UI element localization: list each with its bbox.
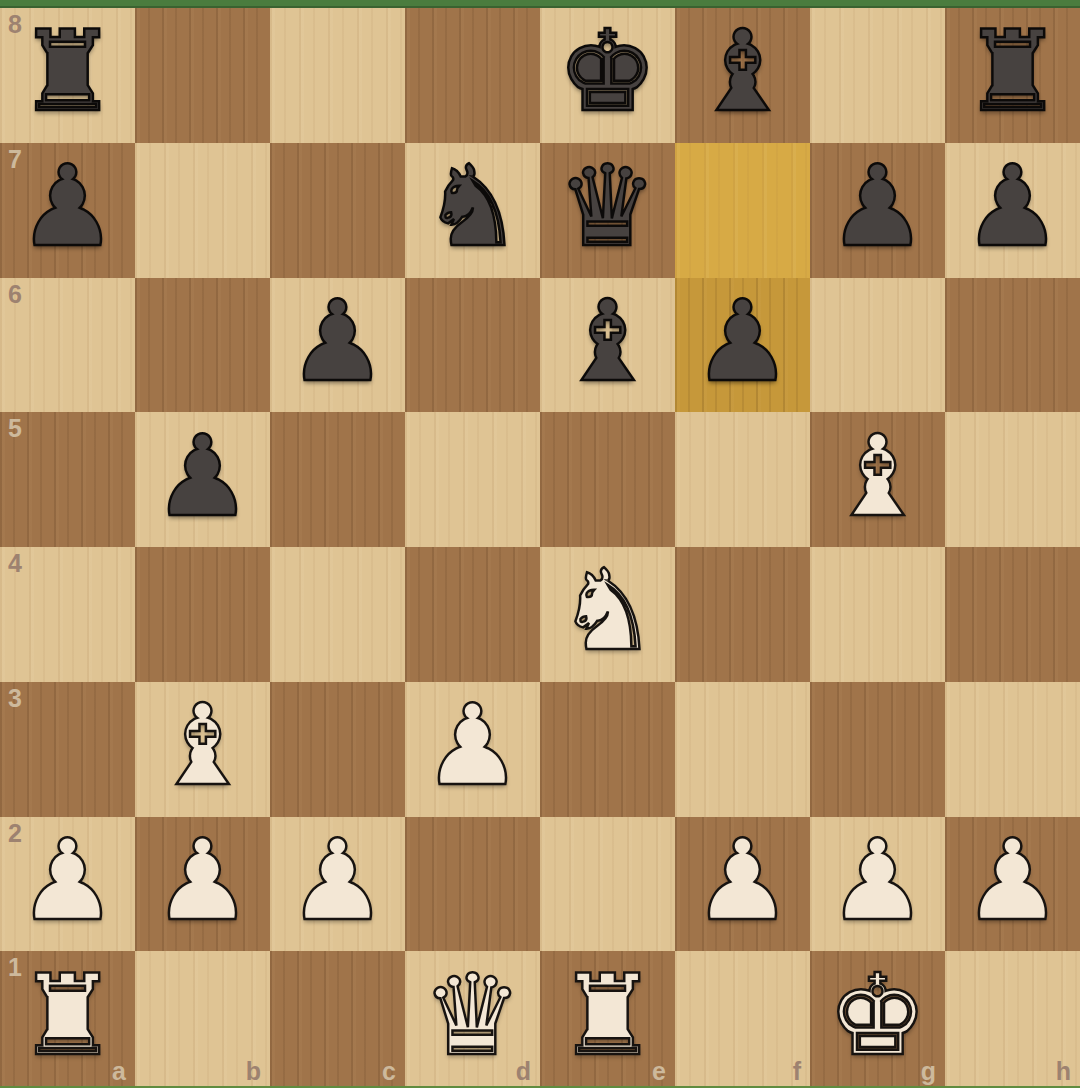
square-a4[interactable]: 4 [0, 547, 135, 682]
square-e6[interactable]: ♝ [540, 278, 675, 413]
file-label-c: c [382, 1059, 396, 1084]
square-e2[interactable] [540, 817, 675, 952]
square-h2[interactable]: ♟ [945, 817, 1080, 952]
piece-black-pawn[interactable]: ♟ [692, 285, 792, 397]
square-f5[interactable] [675, 412, 810, 547]
piece-black-rook[interactable]: ♜ [17, 15, 117, 127]
square-h5[interactable] [945, 412, 1080, 547]
square-f6[interactable]: ♟ [675, 278, 810, 413]
piece-white-bishop[interactable]: ♝ [152, 689, 252, 801]
square-e4[interactable]: ♞ [540, 547, 675, 682]
square-d1[interactable]: d♛ [405, 951, 540, 1086]
square-f3[interactable] [675, 682, 810, 817]
piece-black-bishop[interactable]: ♝ [557, 285, 657, 397]
square-d3[interactable]: ♟ [405, 682, 540, 817]
rank-label-4: 4 [8, 551, 22, 576]
square-a7[interactable]: 7♟ [0, 143, 135, 278]
piece-white-pawn[interactable]: ♟ [422, 689, 522, 801]
square-g2[interactable]: ♟ [810, 817, 945, 952]
chess-app-window: 8♜♚♝♜7♟♞♛♟♟6♟♝♟5♟♝4♞3♝♟2♟♟♟♟♟♟1a♜bcd♛e♜f… [0, 0, 1080, 1088]
square-d6[interactable] [405, 278, 540, 413]
square-h8[interactable]: ♜ [945, 8, 1080, 143]
square-g3[interactable] [810, 682, 945, 817]
square-c1[interactable]: c [270, 951, 405, 1086]
chess-board[interactable]: 8♜♚♝♜7♟♞♛♟♟6♟♝♟5♟♝4♞3♝♟2♟♟♟♟♟♟1a♜bcd♛e♜f… [0, 8, 1080, 1086]
file-label-h: h [1056, 1059, 1071, 1084]
square-c3[interactable] [270, 682, 405, 817]
piece-black-pawn[interactable]: ♟ [17, 150, 117, 262]
square-e3[interactable] [540, 682, 675, 817]
square-c7[interactable] [270, 143, 405, 278]
square-b1[interactable]: b [135, 951, 270, 1086]
square-a6[interactable]: 6 [0, 278, 135, 413]
square-g5[interactable]: ♝ [810, 412, 945, 547]
rank-label-3: 3 [8, 686, 22, 711]
piece-black-rook[interactable]: ♜ [962, 15, 1062, 127]
square-g1[interactable]: g♚ [810, 951, 945, 1086]
square-a2[interactable]: 2♟ [0, 817, 135, 952]
square-b3[interactable]: ♝ [135, 682, 270, 817]
square-b5[interactable]: ♟ [135, 412, 270, 547]
square-d8[interactable] [405, 8, 540, 143]
square-c8[interactable] [270, 8, 405, 143]
square-g4[interactable] [810, 547, 945, 682]
square-f8[interactable]: ♝ [675, 8, 810, 143]
square-a1[interactable]: 1a♜ [0, 951, 135, 1086]
square-h1[interactable]: h [945, 951, 1080, 1086]
square-f7[interactable] [675, 143, 810, 278]
piece-black-pawn[interactable]: ♟ [152, 420, 252, 532]
square-e7[interactable]: ♛ [540, 143, 675, 278]
square-h7[interactable]: ♟ [945, 143, 1080, 278]
file-label-f: f [793, 1059, 801, 1084]
square-b2[interactable]: ♟ [135, 817, 270, 952]
piece-white-pawn[interactable]: ♟ [962, 824, 1062, 936]
piece-black-pawn[interactable]: ♟ [962, 150, 1062, 262]
square-a8[interactable]: 8♜ [0, 8, 135, 143]
piece-white-queen[interactable]: ♛ [422, 959, 522, 1071]
square-d4[interactable] [405, 547, 540, 682]
square-e5[interactable] [540, 412, 675, 547]
piece-white-knight[interactable]: ♞ [557, 554, 657, 666]
piece-black-knight[interactable]: ♞ [422, 150, 522, 262]
square-a5[interactable]: 5 [0, 412, 135, 547]
square-c4[interactable] [270, 547, 405, 682]
rank-label-5: 5 [8, 416, 22, 441]
top-green-bar [0, 0, 1080, 8]
square-d7[interactable]: ♞ [405, 143, 540, 278]
square-f2[interactable]: ♟ [675, 817, 810, 952]
square-h3[interactable] [945, 682, 1080, 817]
piece-white-bishop[interactable]: ♝ [827, 420, 927, 532]
square-d5[interactable] [405, 412, 540, 547]
piece-black-bishop[interactable]: ♝ [692, 15, 792, 127]
square-a3[interactable]: 3 [0, 682, 135, 817]
square-f4[interactable] [675, 547, 810, 682]
piece-white-pawn[interactable]: ♟ [17, 824, 117, 936]
piece-black-queen[interactable]: ♛ [557, 150, 657, 262]
square-h4[interactable] [945, 547, 1080, 682]
square-h6[interactable] [945, 278, 1080, 413]
piece-white-rook[interactable]: ♜ [17, 959, 117, 1071]
square-d2[interactable] [405, 817, 540, 952]
square-e8[interactable]: ♚ [540, 8, 675, 143]
rank-label-6: 6 [8, 282, 22, 307]
square-e1[interactable]: e♜ [540, 951, 675, 1086]
piece-black-pawn[interactable]: ♟ [287, 285, 387, 397]
square-b8[interactable] [135, 8, 270, 143]
square-c2[interactable]: ♟ [270, 817, 405, 952]
square-c5[interactable] [270, 412, 405, 547]
piece-white-pawn[interactable]: ♟ [827, 824, 927, 936]
piece-black-pawn[interactable]: ♟ [827, 150, 927, 262]
piece-black-king[interactable]: ♚ [557, 15, 657, 127]
piece-white-pawn[interactable]: ♟ [152, 824, 252, 936]
square-b7[interactable] [135, 143, 270, 278]
square-g7[interactable]: ♟ [810, 143, 945, 278]
square-c6[interactable]: ♟ [270, 278, 405, 413]
piece-white-king[interactable]: ♚ [827, 959, 927, 1071]
square-b4[interactable] [135, 547, 270, 682]
square-g8[interactable] [810, 8, 945, 143]
square-b6[interactable] [135, 278, 270, 413]
square-g6[interactable] [810, 278, 945, 413]
piece-white-pawn[interactable]: ♟ [287, 824, 387, 936]
piece-white-rook[interactable]: ♜ [557, 959, 657, 1071]
square-f1[interactable]: f [675, 951, 810, 1086]
piece-white-pawn[interactable]: ♟ [692, 824, 792, 936]
file-label-b: b [246, 1059, 261, 1084]
